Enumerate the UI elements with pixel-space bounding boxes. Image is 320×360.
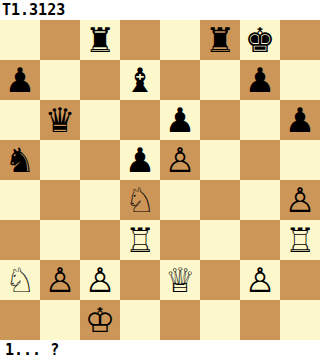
piece-black-queen[interactable]: ♛: [45, 100, 75, 140]
piece-white-pawn[interactable]: ♙: [85, 260, 115, 300]
piece-white-pawn[interactable]: ♙: [245, 260, 275, 300]
square-g2[interactable]: ♙: [240, 260, 280, 300]
piece-black-pawn[interactable]: ♟: [5, 60, 35, 100]
square-g4[interactable]: [240, 180, 280, 220]
square-a1[interactable]: [0, 300, 40, 340]
chess-puzzle-app: T1.3123 ♜♜♚♟♝♟♛♟♟♞♟♙♘♙♖♖♘♙♙♕♙♔ 1... ?: [0, 0, 320, 360]
piece-white-knight[interactable]: ♘: [5, 260, 35, 300]
piece-black-pawn[interactable]: ♟: [125, 140, 155, 180]
piece-black-rook[interactable]: ♜: [205, 20, 235, 60]
square-a5[interactable]: ♞: [0, 140, 40, 180]
square-b6[interactable]: ♛: [40, 100, 80, 140]
square-h1[interactable]: [280, 300, 320, 340]
square-b2[interactable]: ♙: [40, 260, 80, 300]
piece-black-knight[interactable]: ♞: [5, 140, 35, 180]
square-e3[interactable]: [160, 220, 200, 260]
square-d2[interactable]: [120, 260, 160, 300]
square-f8[interactable]: ♜: [200, 20, 240, 60]
square-h3[interactable]: ♖: [280, 220, 320, 260]
square-b1[interactable]: [40, 300, 80, 340]
square-b7[interactable]: [40, 60, 80, 100]
square-f7[interactable]: [200, 60, 240, 100]
square-e7[interactable]: [160, 60, 200, 100]
square-f1[interactable]: [200, 300, 240, 340]
square-h6[interactable]: ♟: [280, 100, 320, 140]
square-a7[interactable]: ♟: [0, 60, 40, 100]
square-e8[interactable]: [160, 20, 200, 60]
square-e5[interactable]: ♙: [160, 140, 200, 180]
piece-white-queen[interactable]: ♕: [165, 260, 195, 300]
move-prompt: 1... ?: [0, 340, 320, 360]
square-c1[interactable]: ♔: [80, 300, 120, 340]
square-c7[interactable]: [80, 60, 120, 100]
square-c8[interactable]: ♜: [80, 20, 120, 60]
piece-white-rook[interactable]: ♖: [125, 220, 155, 260]
square-c3[interactable]: [80, 220, 120, 260]
chess-board: ♜♜♚♟♝♟♛♟♟♞♟♙♘♙♖♖♘♙♙♕♙♔: [0, 20, 320, 340]
square-h5[interactable]: [280, 140, 320, 180]
piece-white-king[interactable]: ♔: [85, 300, 115, 340]
square-g7[interactable]: ♟: [240, 60, 280, 100]
piece-black-pawn[interactable]: ♟: [285, 100, 315, 140]
square-e2[interactable]: ♕: [160, 260, 200, 300]
square-c6[interactable]: [80, 100, 120, 140]
square-a6[interactable]: [0, 100, 40, 140]
square-h8[interactable]: [280, 20, 320, 60]
square-b8[interactable]: [40, 20, 80, 60]
square-c4[interactable]: [80, 180, 120, 220]
square-g3[interactable]: [240, 220, 280, 260]
square-d7[interactable]: ♝: [120, 60, 160, 100]
square-g6[interactable]: [240, 100, 280, 140]
puzzle-title: T1.3123: [0, 0, 320, 20]
square-g1[interactable]: [240, 300, 280, 340]
piece-black-pawn[interactable]: ♟: [165, 100, 195, 140]
square-e6[interactable]: ♟: [160, 100, 200, 140]
square-d8[interactable]: [120, 20, 160, 60]
square-b4[interactable]: [40, 180, 80, 220]
piece-black-pawn[interactable]: ♟: [245, 60, 275, 100]
square-a3[interactable]: [0, 220, 40, 260]
square-f4[interactable]: [200, 180, 240, 220]
square-h4[interactable]: ♙: [280, 180, 320, 220]
piece-white-pawn[interactable]: ♙: [165, 140, 195, 180]
square-e4[interactable]: [160, 180, 200, 220]
square-c5[interactable]: [80, 140, 120, 180]
square-d5[interactable]: ♟: [120, 140, 160, 180]
square-d4[interactable]: ♘: [120, 180, 160, 220]
square-b3[interactable]: [40, 220, 80, 260]
square-d1[interactable]: [120, 300, 160, 340]
piece-black-bishop[interactable]: ♝: [125, 60, 155, 100]
square-b5[interactable]: [40, 140, 80, 180]
piece-white-pawn[interactable]: ♙: [285, 180, 315, 220]
piece-white-pawn[interactable]: ♙: [45, 260, 75, 300]
square-h7[interactable]: [280, 60, 320, 100]
square-f6[interactable]: [200, 100, 240, 140]
square-d6[interactable]: [120, 100, 160, 140]
square-a2[interactable]: ♘: [0, 260, 40, 300]
square-c2[interactable]: ♙: [80, 260, 120, 300]
square-a8[interactable]: [0, 20, 40, 60]
square-f3[interactable]: [200, 220, 240, 260]
square-a4[interactable]: [0, 180, 40, 220]
square-f5[interactable]: [200, 140, 240, 180]
piece-white-rook[interactable]: ♖: [285, 220, 315, 260]
piece-black-king[interactable]: ♚: [245, 20, 275, 60]
square-g5[interactable]: [240, 140, 280, 180]
square-e1[interactable]: [160, 300, 200, 340]
square-f2[interactable]: [200, 260, 240, 300]
piece-white-knight[interactable]: ♘: [125, 180, 155, 220]
square-h2[interactable]: [280, 260, 320, 300]
square-d3[interactable]: ♖: [120, 220, 160, 260]
piece-black-rook[interactable]: ♜: [85, 20, 115, 60]
square-g8[interactable]: ♚: [240, 20, 280, 60]
